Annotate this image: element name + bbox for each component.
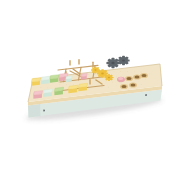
gear-axle-hole xyxy=(111,62,114,64)
maze-slider-top xyxy=(81,73,88,76)
wood-speckle xyxy=(40,87,41,88)
wood-speckle xyxy=(88,74,89,75)
wood-speckle xyxy=(141,84,142,85)
finger-hole xyxy=(135,76,140,79)
yellow-gear xyxy=(104,74,113,81)
pink-disc-top xyxy=(118,77,123,80)
screw-glint xyxy=(145,94,146,95)
wood-speckle xyxy=(149,73,150,74)
wood-speckle xyxy=(116,76,117,77)
wood-speckle xyxy=(60,84,61,85)
screw-glint xyxy=(43,110,44,111)
wood-speckle xyxy=(141,72,142,73)
finger-hole xyxy=(142,74,147,77)
wood-speckle xyxy=(114,71,115,72)
finger-hole xyxy=(122,85,127,88)
wood-speckle xyxy=(58,82,59,83)
wood-speckle xyxy=(123,77,124,78)
activity-board-scene xyxy=(0,0,180,180)
wood-speckle xyxy=(108,87,109,88)
gear-axle-hole xyxy=(101,72,104,74)
apron-left-shade xyxy=(28,104,41,117)
wood-speckle xyxy=(112,82,113,83)
screw xyxy=(43,110,45,112)
wood-speckle xyxy=(121,84,122,85)
product-photo xyxy=(0,0,180,180)
wood-speckle xyxy=(134,71,135,72)
grey-gear xyxy=(106,58,119,68)
gear-axle-hole xyxy=(94,69,96,71)
wood-speckle xyxy=(73,84,74,85)
finger-hole xyxy=(127,77,132,80)
wood-speckle xyxy=(102,87,103,88)
screw xyxy=(145,94,147,96)
gear-axle-hole xyxy=(122,59,125,61)
wood-speckle xyxy=(145,79,146,80)
wood-speckle xyxy=(47,87,48,88)
wood-speckle xyxy=(127,71,128,72)
wood-speckle xyxy=(120,71,121,72)
finger-hole xyxy=(131,84,136,87)
wood-speckle xyxy=(66,84,67,85)
grey-gear xyxy=(117,56,129,66)
wood-speckle xyxy=(95,74,96,75)
wood-speckle xyxy=(77,91,78,92)
gear-axle-hole xyxy=(108,77,110,79)
wood-speckle xyxy=(106,81,107,82)
maze-slider-top xyxy=(66,76,73,79)
wood-speckle xyxy=(127,84,128,85)
